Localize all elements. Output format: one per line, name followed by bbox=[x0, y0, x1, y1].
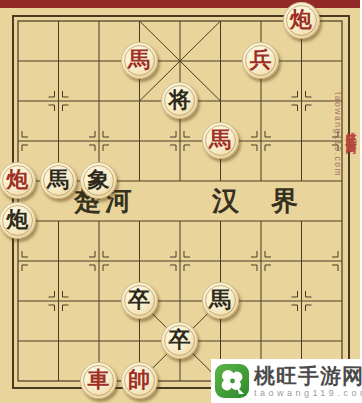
side-watermark: 桃旺手游网 taowang119.com bbox=[333, 84, 358, 177]
piece-black-soldier[interactable]: 卒 bbox=[161, 322, 198, 359]
piece-black-general[interactable]: 将 bbox=[161, 82, 198, 119]
bottom-watermark: 桃旺手游网 taowang119.com bbox=[211, 359, 362, 403]
piece-red-soldier[interactable]: 兵 bbox=[242, 42, 279, 79]
watermark-site-url: taowang119.com bbox=[254, 388, 362, 398]
piece-red-chariot[interactable]: 車 bbox=[80, 362, 117, 399]
piece-glyph: 象 bbox=[88, 169, 110, 191]
piece-glyph: 将 bbox=[169, 89, 191, 111]
piece-glyph: 炮 bbox=[7, 169, 29, 191]
piece-red-horse[interactable]: 馬 bbox=[121, 42, 158, 79]
piece-glyph: 兵 bbox=[250, 49, 272, 71]
piece-glyph: 馬 bbox=[209, 289, 231, 311]
piece-black-horse[interactable]: 馬 bbox=[202, 282, 239, 319]
piece-red-general[interactable]: 帥 bbox=[121, 362, 158, 399]
pieces-layer: 炮馬兵将馬炮馬象炮卒馬卒車帥 bbox=[0, 0, 362, 403]
piece-glyph: 卒 bbox=[169, 329, 191, 351]
piece-glyph: 卒 bbox=[128, 289, 150, 311]
xiangqi-app-screen: 楚河 汉界 炮馬兵将馬炮馬象炮卒馬卒車帥 桃旺手游网 taowang119.co… bbox=[0, 0, 362, 403]
piece-black-elephant[interactable]: 象 bbox=[80, 162, 117, 199]
piece-black-cannon[interactable]: 炮 bbox=[0, 202, 36, 239]
piece-glyph: 炮 bbox=[290, 9, 312, 31]
xiangqi-board[interactable]: 楚河 汉界 炮馬兵将馬炮馬象炮卒馬卒車帥 bbox=[0, 0, 362, 403]
side-watermark-site: 桃旺手游网 bbox=[343, 123, 358, 138]
piece-red-horse[interactable]: 馬 bbox=[202, 122, 239, 159]
piece-glyph: 炮 bbox=[7, 209, 29, 231]
piece-glyph: 馬 bbox=[47, 169, 69, 191]
piece-red-cannon[interactable]: 炮 bbox=[0, 162, 36, 199]
piece-black-horse[interactable]: 馬 bbox=[40, 162, 77, 199]
piece-glyph: 車 bbox=[88, 369, 110, 391]
piece-glyph: 馬 bbox=[209, 129, 231, 151]
clover-logo-icon bbox=[214, 363, 250, 399]
watermark-site-name: 桃旺手游网 bbox=[254, 365, 362, 387]
piece-glyph: 帥 bbox=[128, 369, 150, 391]
piece-red-cannon[interactable]: 炮 bbox=[283, 2, 320, 39]
side-watermark-url: taowang119.com bbox=[333, 92, 343, 177]
piece-black-soldier[interactable]: 卒 bbox=[121, 282, 158, 319]
piece-glyph: 馬 bbox=[128, 49, 150, 71]
